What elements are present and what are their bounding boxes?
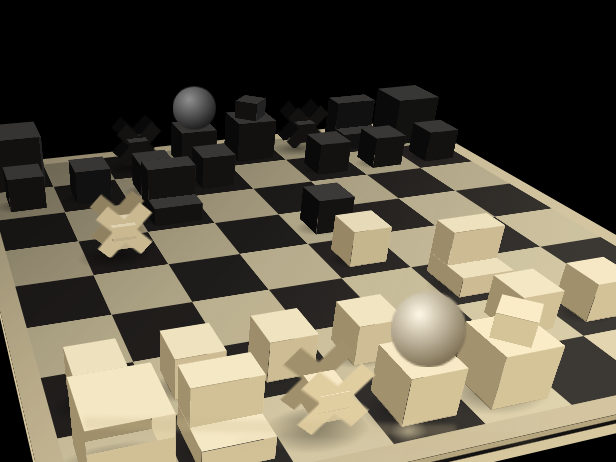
queen-sphere — [173, 86, 216, 129]
box-front-face — [203, 155, 236, 189]
piece-part — [72, 428, 175, 462]
box-front-face — [318, 142, 351, 175]
box-front-face — [235, 101, 258, 121]
square-h4[interactable] — [495, 208, 601, 246]
scene: Bauhaus geometric chess set, Ruy Lopez p… — [0, 0, 616, 462]
box-front-face — [7, 176, 47, 212]
chess-board[interactable] — [0, 119, 616, 462]
box-front-face — [373, 136, 406, 168]
queen-sphere — [391, 291, 467, 367]
square-h5[interactable] — [455, 184, 552, 217]
box-front-face — [237, 121, 276, 162]
